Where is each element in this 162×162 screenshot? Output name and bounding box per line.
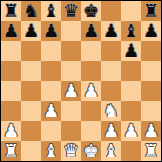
square-b3[interactable]	[21, 101, 41, 121]
white-king[interactable]: ♚	[83, 141, 99, 161]
square-d6[interactable]	[61, 41, 81, 61]
square-e5[interactable]	[81, 61, 101, 81]
square-g4[interactable]	[121, 81, 141, 101]
chess-board: ♜♞♝♛♚♜♟♟♟♟♟♝♟♟♟♟♟♞♟♟♟♟♜♝♛♚♝♜	[1, 1, 161, 161]
square-f6[interactable]	[101, 41, 121, 61]
square-h4[interactable]	[141, 81, 161, 101]
square-c7[interactable]: ♟	[41, 21, 61, 41]
square-a2[interactable]: ♟	[1, 121, 21, 141]
black-bishop[interactable]: ♝	[43, 1, 59, 21]
white-rook[interactable]: ♜	[3, 141, 19, 161]
square-b5[interactable]	[21, 61, 41, 81]
square-e6[interactable]	[81, 41, 101, 61]
white-rook[interactable]: ♜	[143, 141, 159, 161]
square-f5[interactable]	[101, 61, 121, 81]
white-pawn[interactable]: ♟	[103, 121, 119, 141]
square-h8[interactable]: ♜	[141, 1, 161, 21]
square-d5[interactable]	[61, 61, 81, 81]
square-d1[interactable]: ♛	[61, 141, 81, 161]
square-f8[interactable]	[101, 1, 121, 21]
square-c2[interactable]	[41, 121, 61, 141]
black-pawn[interactable]: ♟	[43, 21, 59, 41]
square-g2[interactable]: ♟	[121, 121, 141, 141]
white-pawn[interactable]: ♟	[143, 121, 159, 141]
square-e3[interactable]	[81, 101, 101, 121]
black-king[interactable]: ♚	[83, 1, 99, 21]
black-pawn[interactable]: ♟	[23, 21, 39, 41]
square-a8[interactable]: ♜	[1, 1, 21, 21]
white-pawn[interactable]: ♟	[83, 81, 99, 101]
square-c1[interactable]: ♝	[41, 141, 61, 161]
black-rook[interactable]: ♜	[3, 1, 19, 21]
square-a7[interactable]: ♟	[1, 21, 21, 41]
square-a1[interactable]: ♜	[1, 141, 21, 161]
square-g1[interactable]	[121, 141, 141, 161]
square-d3[interactable]	[61, 101, 81, 121]
square-d4[interactable]: ♟	[61, 81, 81, 101]
square-h3[interactable]	[141, 101, 161, 121]
square-c4[interactable]	[41, 81, 61, 101]
square-d7[interactable]	[61, 21, 81, 41]
square-b1[interactable]	[21, 141, 41, 161]
square-g5[interactable]	[121, 61, 141, 81]
white-pawn[interactable]: ♟	[63, 81, 79, 101]
black-queen[interactable]: ♛	[63, 1, 79, 21]
white-pawn[interactable]: ♟	[3, 121, 19, 141]
square-f1[interactable]: ♝	[101, 141, 121, 161]
square-d8[interactable]: ♛	[61, 1, 81, 21]
square-e8[interactable]: ♚	[81, 1, 101, 21]
black-pawn[interactable]: ♟	[143, 21, 159, 41]
white-pawn[interactable]: ♟	[123, 121, 139, 141]
black-rook[interactable]: ♜	[143, 1, 159, 21]
square-g6[interactable]: ♟	[121, 41, 141, 61]
square-g3[interactable]	[121, 101, 141, 121]
square-e2[interactable]	[81, 121, 101, 141]
square-d2[interactable]	[61, 121, 81, 141]
black-pawn[interactable]: ♟	[3, 21, 19, 41]
square-b7[interactable]: ♟	[21, 21, 41, 41]
white-queen[interactable]: ♛	[63, 141, 79, 161]
square-h6[interactable]	[141, 41, 161, 61]
white-bishop[interactable]: ♝	[43, 141, 59, 161]
square-b6[interactable]	[21, 41, 41, 61]
square-b4[interactable]	[21, 81, 41, 101]
square-f4[interactable]	[101, 81, 121, 101]
square-a6[interactable]	[1, 41, 21, 61]
square-h5[interactable]	[141, 61, 161, 81]
square-c5[interactable]	[41, 61, 61, 81]
white-bishop[interactable]: ♝	[103, 141, 119, 161]
white-pawn[interactable]: ♟	[43, 101, 59, 121]
board-frame: ♜♞♝♛♚♜♟♟♟♟♟♝♟♟♟♟♟♞♟♟♟♟♜♝♛♚♝♜	[0, 0, 162, 162]
square-e1[interactable]: ♚	[81, 141, 101, 161]
square-h1[interactable]: ♜	[141, 141, 161, 161]
square-b8[interactable]: ♞	[21, 1, 41, 21]
black-pawn[interactable]: ♟	[83, 21, 99, 41]
square-a4[interactable]	[1, 81, 21, 101]
square-h2[interactable]: ♟	[141, 121, 161, 141]
square-c8[interactable]: ♝	[41, 1, 61, 21]
white-knight[interactable]: ♞	[103, 101, 119, 121]
square-c3[interactable]: ♟	[41, 101, 61, 121]
black-pawn[interactable]: ♟	[123, 41, 139, 61]
square-f2[interactable]: ♟	[101, 121, 121, 141]
square-a5[interactable]	[1, 61, 21, 81]
square-g7[interactable]: ♝	[121, 21, 141, 41]
square-b2[interactable]	[21, 121, 41, 141]
square-e4[interactable]: ♟	[81, 81, 101, 101]
square-a3[interactable]	[1, 101, 21, 121]
square-g8[interactable]	[121, 1, 141, 21]
square-e7[interactable]: ♟	[81, 21, 101, 41]
square-c6[interactable]	[41, 41, 61, 61]
black-bishop[interactable]: ♝	[123, 21, 139, 41]
square-h7[interactable]: ♟	[141, 21, 161, 41]
square-f7[interactable]: ♟	[101, 21, 121, 41]
black-pawn[interactable]: ♟	[103, 21, 119, 41]
black-knight[interactable]: ♞	[23, 1, 39, 21]
square-f3[interactable]: ♞	[101, 101, 121, 121]
